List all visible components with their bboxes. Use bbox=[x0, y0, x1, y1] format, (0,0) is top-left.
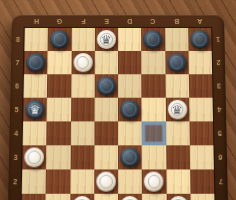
square-c8[interactable] bbox=[141, 28, 165, 51]
rank-label: 7 bbox=[11, 51, 25, 74]
square-g8[interactable] bbox=[48, 28, 72, 51]
file-label: H bbox=[25, 15, 48, 28]
rank-label: 8 bbox=[11, 28, 25, 51]
square-e2[interactable] bbox=[94, 169, 118, 193]
square-f3[interactable] bbox=[70, 145, 94, 169]
board-grid: ♛♛♛ bbox=[21, 28, 214, 200]
square-a5[interactable] bbox=[189, 98, 213, 122]
rank-label: 4 bbox=[9, 121, 23, 145]
file-label: G bbox=[48, 15, 71, 28]
file-labels-top: HGFEDCBA bbox=[25, 15, 211, 28]
checker-white-man-d1[interactable] bbox=[120, 196, 140, 200]
square-g6[interactable] bbox=[47, 74, 71, 97]
square-b4[interactable] bbox=[165, 121, 189, 145]
square-e7[interactable] bbox=[94, 51, 118, 74]
square-a2[interactable] bbox=[190, 169, 214, 193]
checker-dark-man-d3[interactable] bbox=[120, 147, 140, 167]
square-c6[interactable] bbox=[142, 74, 166, 97]
square-f6[interactable] bbox=[71, 74, 95, 97]
file-label: E bbox=[95, 15, 118, 28]
checker-white-man-h3[interactable] bbox=[24, 147, 44, 167]
checker-white-man-b1[interactable] bbox=[168, 196, 188, 200]
square-c1[interactable] bbox=[142, 194, 166, 200]
rank-label: 1 bbox=[211, 28, 225, 51]
square-e3[interactable] bbox=[94, 145, 118, 169]
square-b3[interactable] bbox=[166, 145, 190, 169]
square-e6[interactable] bbox=[94, 74, 118, 97]
checker-dark-man-g8[interactable] bbox=[50, 30, 69, 49]
rank-label: 2 bbox=[8, 169, 22, 193]
rank-label: 4 bbox=[213, 98, 227, 122]
square-h4[interactable] bbox=[23, 121, 47, 145]
square-g3[interactable] bbox=[46, 145, 70, 169]
square-d6[interactable] bbox=[118, 74, 142, 97]
square-c7[interactable] bbox=[141, 51, 165, 74]
checkers-board: HGFEDCBA 87654321 12345678 ♛♛♛ bbox=[7, 15, 228, 200]
square-g7[interactable] bbox=[47, 51, 71, 74]
checker-dark-man-c8[interactable] bbox=[143, 30, 162, 49]
rank-label: 7 bbox=[214, 169, 228, 193]
rank-label: 3 bbox=[9, 145, 23, 169]
square-d4[interactable] bbox=[118, 121, 142, 145]
square-d5[interactable] bbox=[118, 98, 142, 122]
crown-icon: ♛ bbox=[25, 100, 45, 120]
square-b2[interactable] bbox=[166, 169, 190, 193]
square-g2[interactable] bbox=[46, 169, 70, 193]
square-h8[interactable] bbox=[24, 28, 48, 51]
file-label: F bbox=[71, 15, 94, 28]
rank-label: 6 bbox=[213, 145, 227, 169]
file-label: A bbox=[188, 15, 211, 28]
square-g4[interactable] bbox=[46, 121, 70, 145]
square-a1[interactable] bbox=[190, 194, 215, 200]
square-h7[interactable] bbox=[24, 51, 48, 74]
checker-dark-man-d5[interactable] bbox=[120, 100, 139, 120]
checker-dark-man-h7[interactable] bbox=[26, 53, 45, 72]
square-f1[interactable] bbox=[70, 194, 94, 200]
square-h6[interactable] bbox=[23, 74, 47, 97]
square-c5[interactable] bbox=[142, 98, 166, 122]
checker-white-man-f7[interactable] bbox=[73, 53, 92, 72]
square-d2[interactable] bbox=[118, 169, 142, 193]
square-e5[interactable] bbox=[94, 98, 118, 122]
square-e1[interactable] bbox=[94, 194, 118, 200]
square-a3[interactable] bbox=[190, 145, 214, 169]
square-f7[interactable] bbox=[71, 51, 95, 74]
square-b7[interactable] bbox=[165, 51, 189, 74]
square-h3[interactable] bbox=[22, 145, 46, 169]
checker-white-man-c2[interactable] bbox=[144, 172, 164, 192]
square-h1[interactable] bbox=[21, 194, 46, 200]
square-d7[interactable] bbox=[118, 51, 142, 74]
square-d1[interactable] bbox=[118, 194, 142, 200]
square-c3[interactable] bbox=[142, 145, 166, 169]
file-label: D bbox=[118, 15, 141, 28]
game-table-background: HGFEDCBA 87654321 12345678 ♛♛♛ bbox=[0, 0, 236, 200]
square-h2[interactable] bbox=[22, 169, 46, 193]
crown-icon: ♛ bbox=[167, 100, 187, 120]
checker-white-man-e2[interactable] bbox=[96, 172, 116, 192]
rank-label: 1 bbox=[8, 194, 22, 200]
checker-dark-king-h5[interactable]: ♛ bbox=[25, 100, 45, 120]
square-a8[interactable] bbox=[188, 28, 212, 51]
square-e8[interactable]: ♛ bbox=[95, 28, 118, 51]
checker-white-king-e8[interactable]: ♛ bbox=[97, 30, 116, 49]
checker-dark-man-b7[interactable] bbox=[167, 53, 186, 72]
checker-white-man-f1[interactable] bbox=[72, 196, 92, 200]
square-h5[interactable]: ♛ bbox=[23, 98, 47, 122]
square-a4[interactable] bbox=[189, 121, 213, 145]
rank-label: 8 bbox=[214, 194, 228, 200]
checker-dark-man-e6[interactable] bbox=[97, 76, 116, 95]
square-d3[interactable] bbox=[118, 145, 142, 169]
rank-label: 2 bbox=[212, 51, 226, 74]
square-e4[interactable] bbox=[94, 121, 118, 145]
square-b5[interactable]: ♛ bbox=[165, 98, 189, 122]
square-c2[interactable] bbox=[142, 169, 166, 193]
file-label: B bbox=[165, 15, 188, 28]
checker-dark-man-a8[interactable] bbox=[190, 30, 209, 49]
rank-label: 3 bbox=[212, 74, 226, 97]
square-a7[interactable] bbox=[188, 51, 212, 74]
square-d8[interactable] bbox=[118, 28, 141, 51]
square-f5[interactable] bbox=[71, 98, 95, 122]
rank-label: 5 bbox=[10, 98, 24, 122]
rank-label: 6 bbox=[10, 74, 24, 97]
rank-label: 5 bbox=[213, 121, 227, 145]
checker-white-king-b5[interactable]: ♛ bbox=[167, 100, 187, 120]
square-f8[interactable] bbox=[71, 28, 95, 51]
crown-icon: ♛ bbox=[97, 30, 116, 49]
square-a6[interactable] bbox=[189, 74, 213, 97]
file-label: C bbox=[141, 15, 164, 28]
square-f4[interactable] bbox=[70, 121, 94, 145]
square-b1[interactable] bbox=[166, 194, 190, 200]
square-g1[interactable] bbox=[45, 194, 69, 200]
square-g5[interactable] bbox=[47, 98, 71, 122]
square-c4-highlighted[interactable] bbox=[142, 121, 166, 145]
square-b8[interactable] bbox=[165, 28, 189, 51]
square-f2[interactable] bbox=[70, 169, 94, 193]
square-b6[interactable] bbox=[165, 74, 189, 97]
